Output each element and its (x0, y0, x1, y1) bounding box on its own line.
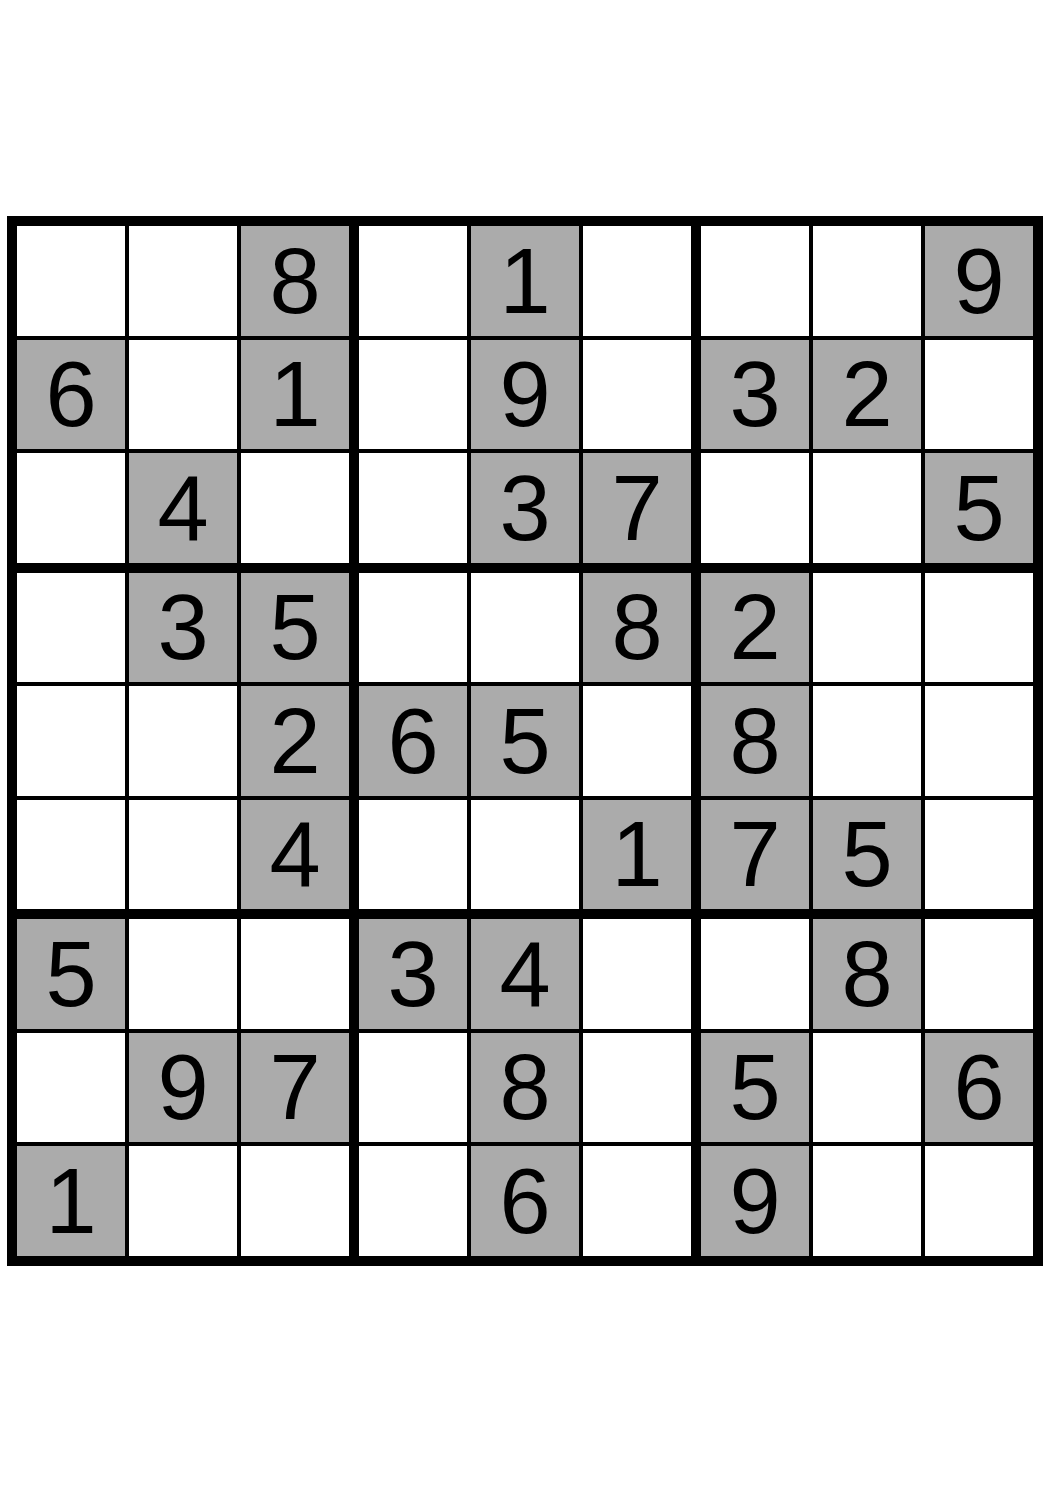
cell-r5c7: 8 (701, 686, 809, 796)
cell-r3c1[interactable] (17, 453, 125, 563)
given-digit: 7 (269, 1041, 320, 1133)
cell-r4c1[interactable] (17, 573, 125, 683)
cell-r7c7[interactable] (701, 919, 809, 1029)
cell-r5c3: 2 (241, 686, 349, 796)
sudoku-board: 819619324375358226584175534897856169 (7, 216, 1043, 1266)
cell-r3c4[interactable] (359, 453, 467, 563)
given-digit: 2 (729, 581, 780, 673)
cell-r2c7: 3 (701, 340, 809, 450)
cell-r1c4[interactable] (359, 226, 467, 336)
cell-r7c3[interactable] (241, 919, 349, 1029)
cell-r8c6[interactable] (583, 1033, 691, 1143)
cell-r4c5[interactable] (471, 573, 579, 683)
given-digit: 6 (387, 695, 438, 787)
given-digit: 6 (953, 1041, 1004, 1133)
cell-r6c2[interactable] (129, 800, 237, 910)
given-digit: 4 (269, 808, 320, 900)
cell-r2c2[interactable] (129, 340, 237, 450)
cell-r3c7[interactable] (701, 453, 809, 563)
given-digit: 1 (45, 1155, 96, 1247)
cell-r9c1: 1 (17, 1146, 125, 1256)
given-digit: 3 (387, 928, 438, 1020)
given-digit: 2 (269, 695, 320, 787)
given-digit: 3 (729, 348, 780, 440)
given-digit: 2 (841, 348, 892, 440)
given-digit: 8 (841, 928, 892, 1020)
given-digit: 7 (611, 462, 662, 554)
cell-r9c7: 9 (701, 1146, 809, 1256)
cell-r7c4: 3 (359, 919, 467, 1029)
cell-r3c6: 7 (583, 453, 691, 563)
cell-r6c5[interactable] (471, 800, 579, 910)
cell-r4c9[interactable] (925, 573, 1033, 683)
cell-r8c2: 9 (129, 1033, 237, 1143)
given-digit: 9 (499, 348, 550, 440)
given-digit: 8 (611, 581, 662, 673)
cell-r8c3: 7 (241, 1033, 349, 1143)
cell-r8c4[interactable] (359, 1033, 467, 1143)
cell-r7c8: 8 (813, 919, 921, 1029)
cell-r1c9: 9 (925, 226, 1033, 336)
given-digit: 6 (499, 1155, 550, 1247)
cell-r9c3[interactable] (241, 1146, 349, 1256)
cell-r4c3: 5 (241, 573, 349, 683)
given-digit: 8 (729, 695, 780, 787)
cell-r6c6: 1 (583, 800, 691, 910)
given-digit: 4 (157, 462, 208, 554)
given-digit: 9 (729, 1155, 780, 1247)
given-digit: 5 (45, 928, 96, 1020)
cell-r9c4[interactable] (359, 1146, 467, 1256)
cell-r9c9[interactable] (925, 1146, 1033, 1256)
cell-r8c8[interactable] (813, 1033, 921, 1143)
cell-r5c6[interactable] (583, 686, 691, 796)
cell-r6c9[interactable] (925, 800, 1033, 910)
cell-r7c1: 5 (17, 919, 125, 1029)
cell-r9c5: 6 (471, 1146, 579, 1256)
given-digit: 5 (841, 808, 892, 900)
cell-r5c4: 6 (359, 686, 467, 796)
given-digit: 8 (269, 235, 320, 327)
cell-r9c8[interactable] (813, 1146, 921, 1256)
given-digit: 3 (157, 581, 208, 673)
cell-r7c5: 4 (471, 919, 579, 1029)
cell-r2c3: 1 (241, 340, 349, 450)
given-digit: 5 (953, 462, 1004, 554)
cell-r5c5: 5 (471, 686, 579, 796)
cell-r1c8[interactable] (813, 226, 921, 336)
cell-r4c2: 3 (129, 573, 237, 683)
cell-r4c7: 2 (701, 573, 809, 683)
cell-r2c1: 6 (17, 340, 125, 450)
cell-r5c8[interactable] (813, 686, 921, 796)
given-digit: 5 (729, 1041, 780, 1133)
cell-r2c8: 2 (813, 340, 921, 450)
cell-r9c2[interactable] (129, 1146, 237, 1256)
cell-r5c2[interactable] (129, 686, 237, 796)
given-digit: 7 (729, 808, 780, 900)
given-digit: 4 (499, 928, 550, 1020)
given-digit: 1 (269, 348, 320, 440)
given-digit: 5 (499, 695, 550, 787)
cell-r1c2[interactable] (129, 226, 237, 336)
cell-r3c9: 5 (925, 453, 1033, 563)
given-digit: 9 (953, 235, 1004, 327)
cell-r2c5: 9 (471, 340, 579, 450)
cell-r7c9[interactable] (925, 919, 1033, 1029)
page: { "game": "sudoku", "position": "..8.1..… (0, 0, 1050, 1485)
given-digit: 5 (269, 581, 320, 673)
cell-r8c5: 8 (471, 1033, 579, 1143)
cell-r6c8: 5 (813, 800, 921, 910)
cell-r4c6: 8 (583, 573, 691, 683)
cell-r9c6[interactable] (583, 1146, 691, 1256)
cell-r3c8[interactable] (813, 453, 921, 563)
cell-r2c6[interactable] (583, 340, 691, 450)
given-digit: 9 (157, 1041, 208, 1133)
given-digit: 8 (499, 1041, 550, 1133)
cell-r6c4[interactable] (359, 800, 467, 910)
given-digit: 1 (499, 235, 550, 327)
cell-r6c3: 4 (241, 800, 349, 910)
given-digit: 1 (611, 808, 662, 900)
cell-r6c7: 7 (701, 800, 809, 910)
cell-r5c1[interactable] (17, 686, 125, 796)
cell-r8c1[interactable] (17, 1033, 125, 1143)
cell-r4c8[interactable] (813, 573, 921, 683)
cell-r5c9[interactable] (925, 686, 1033, 796)
cell-r7c2[interactable] (129, 919, 237, 1029)
cell-r2c9[interactable] (925, 340, 1033, 450)
cell-r7c6[interactable] (583, 919, 691, 1029)
cell-r1c1[interactable] (17, 226, 125, 336)
cell-r6c1[interactable] (17, 800, 125, 910)
cell-r8c7: 5 (701, 1033, 809, 1143)
cell-r3c3[interactable] (241, 453, 349, 563)
cell-r3c2: 4 (129, 453, 237, 563)
cell-r3c5: 3 (471, 453, 579, 563)
cell-r8c9: 6 (925, 1033, 1033, 1143)
cell-r1c3: 8 (241, 226, 349, 336)
given-digit: 3 (499, 462, 550, 554)
cell-r1c7[interactable] (701, 226, 809, 336)
cell-r2c4[interactable] (359, 340, 467, 450)
cell-r4c4[interactable] (359, 573, 467, 683)
given-digit: 6 (45, 348, 96, 440)
cell-r1c5: 1 (471, 226, 579, 336)
cell-r1c6[interactable] (583, 226, 691, 336)
